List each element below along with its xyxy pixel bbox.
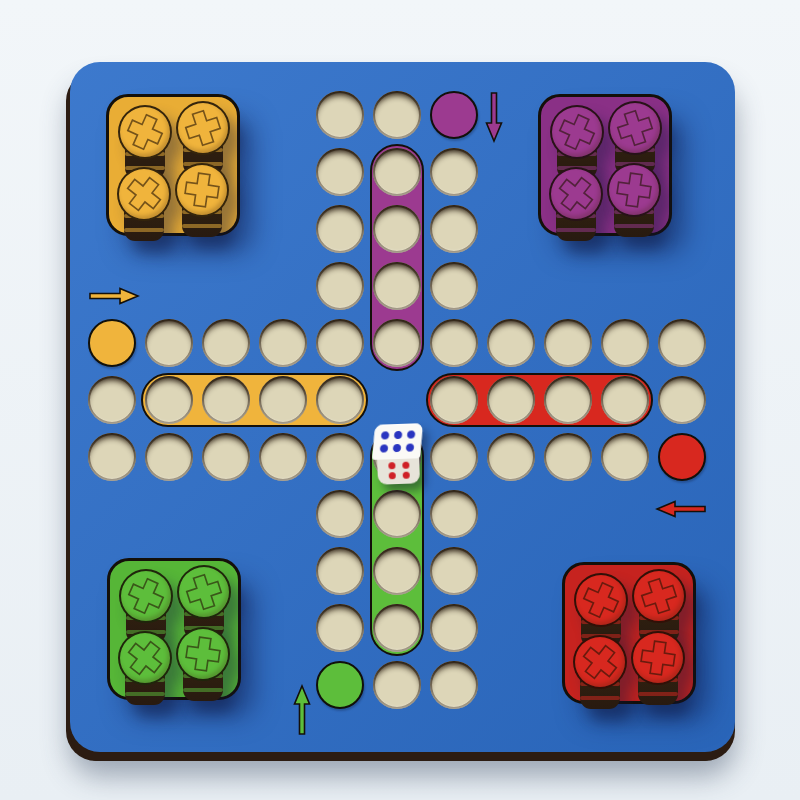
die-pip [405,444,414,452]
photo-background [0,0,800,800]
peg-top [631,631,685,685]
hole-r5c6[interactable] [373,319,421,367]
arrow-glyph [484,91,504,143]
red-start-circle [658,433,706,481]
peg-top [119,569,173,623]
hole-r10c7[interactable] [430,604,478,652]
hole-r7c1[interactable] [88,433,136,481]
plus-engraving-icon [113,163,175,225]
hole-r6c11[interactable] [658,376,706,424]
green-peg-4[interactable] [176,627,230,705]
hole-r5c2[interactable] [145,319,193,367]
hole-r9c7[interactable] [430,547,478,595]
hole-r9c5[interactable] [316,547,364,595]
die-pip [388,462,395,469]
green-direction-arrow-icon [292,684,312,736]
plus-engraving-icon [545,163,607,225]
die-pip [402,472,409,479]
hole-r8c6[interactable] [373,490,421,538]
ludo-board [70,62,735,752]
die-pip [394,431,403,439]
hole-r6c7[interactable] [430,376,478,424]
peg-top [117,167,171,221]
peg-top [549,167,603,221]
hole-r5c9[interactable] [544,319,592,367]
hole-r6c8[interactable] [487,376,535,424]
hole-r10c6[interactable] [373,604,421,652]
die-front-face [377,456,420,484]
die-pip [406,430,415,438]
hole-r2c6[interactable] [373,148,421,196]
yellow-peg-3[interactable] [117,167,171,245]
hole-r6c2[interactable] [145,376,193,424]
hole-r8c5[interactable] [316,490,364,538]
hole-r2c5[interactable] [316,148,364,196]
hole-r2c7[interactable] [430,148,478,196]
yellow-peg-4[interactable] [175,163,229,241]
die-pip [388,472,395,479]
purple-peg-4[interactable] [607,163,661,241]
green-start-circle [316,661,364,709]
peg-top [118,631,172,685]
plus-engraving-icon [609,165,659,215]
hole-r5c5[interactable] [316,319,364,367]
hole-r7c7[interactable] [430,433,478,481]
die-pip [393,444,402,452]
hole-r5c3[interactable] [202,319,250,367]
hole-r7c5[interactable] [316,433,364,481]
hole-r7c4[interactable] [259,433,307,481]
peg-top [175,163,229,217]
die-pip [380,445,389,453]
hole-r7c8[interactable] [487,433,535,481]
hole-r5c8[interactable] [487,319,535,367]
peg-top [550,105,604,159]
hole-r1c6[interactable] [373,91,421,139]
plus-engraving-icon [178,629,228,679]
hole-r5c7[interactable] [430,319,478,367]
hole-r9c6[interactable] [373,547,421,595]
hole-r7c2[interactable] [145,433,193,481]
hole-r11c7[interactable] [430,661,478,709]
peg-top [573,635,627,689]
purple-peg-3[interactable] [549,167,603,245]
arrow-glyph [655,499,707,519]
hole-r7c9[interactable] [544,433,592,481]
die-top-face [372,423,423,460]
hole-r3c5[interactable] [316,205,364,253]
plus-engraving-icon [569,631,631,693]
yellow-direction-arrow-icon [88,286,140,306]
hole-r5c4[interactable] [259,319,307,367]
hole-r6c3[interactable] [202,376,250,424]
hole-r3c7[interactable] [430,205,478,253]
red-peg-3[interactable] [573,635,627,713]
hole-r6c1[interactable] [88,376,136,424]
peg-top [608,101,662,155]
die-pip [402,461,409,468]
hole-r1c5[interactable] [316,91,364,139]
purple-start-circle [430,91,478,139]
arrow-glyph [88,286,140,306]
hole-r6c5[interactable] [316,376,364,424]
peg-top [176,627,230,681]
die-pip [381,431,390,439]
hole-r8c7[interactable] [430,490,478,538]
hole-r6c10[interactable] [601,376,649,424]
peg-top [177,565,231,619]
purple-direction-arrow-icon [484,91,504,143]
hole-r5c11[interactable] [658,319,706,367]
arrow-glyph [292,684,312,736]
hole-r4c6[interactable] [373,262,421,310]
hole-r7c10[interactable] [601,433,649,481]
peg-top [176,101,230,155]
plus-engraving-icon [633,633,683,683]
peg-top [574,573,628,627]
yellow-start-circle [88,319,136,367]
die[interactable] [373,423,423,485]
hole-r3c6[interactable] [373,205,421,253]
red-peg-4[interactable] [631,631,685,709]
hole-r7c3[interactable] [202,433,250,481]
plus-engraving-icon [114,627,176,689]
green-peg-3[interactable] [118,631,172,709]
hole-r6c4[interactable] [259,376,307,424]
peg-top [632,569,686,623]
hole-r5c10[interactable] [601,319,649,367]
peg-top [607,163,661,217]
plus-engraving-icon [177,165,227,215]
hole-r6c9[interactable] [544,376,592,424]
red-direction-arrow-icon [655,499,707,519]
hole-r11c6[interactable] [373,661,421,709]
hole-r4c7[interactable] [430,262,478,310]
peg-top [118,105,172,159]
hole-r10c5[interactable] [316,604,364,652]
hole-r4c5[interactable] [316,262,364,310]
